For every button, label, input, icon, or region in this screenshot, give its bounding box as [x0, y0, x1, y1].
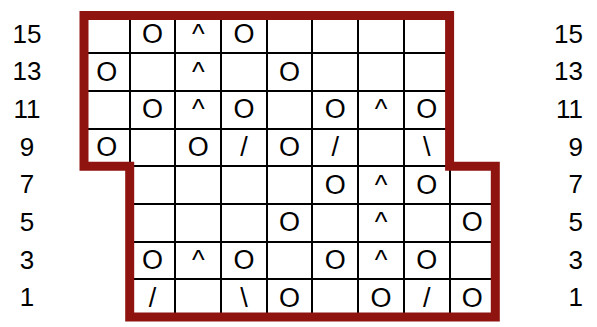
- chart-cell: O: [267, 129, 313, 167]
- chart-cell: [130, 53, 176, 91]
- chart-cell: [312, 204, 358, 242]
- chart-cell: ^: [358, 166, 404, 204]
- cell-outside: [84, 242, 130, 280]
- chart-cell: [130, 166, 176, 204]
- row-label: 3: [534, 242, 583, 280]
- cell-outside: [450, 53, 496, 91]
- row-label: 9: [6, 129, 48, 167]
- row-label: 9: [534, 129, 583, 167]
- chart-cell: O: [267, 204, 313, 242]
- chart-cell: [312, 16, 358, 54]
- chart-cell: [175, 204, 221, 242]
- cell-outside: [84, 166, 130, 204]
- chart-cell: [358, 129, 404, 167]
- row-label: 3: [6, 242, 48, 280]
- chart-cell: O: [312, 91, 358, 129]
- chart-cell: [130, 129, 176, 167]
- chart-cell: O: [312, 242, 358, 280]
- chart-cell: \: [221, 279, 267, 317]
- chart-cell: ^: [175, 242, 221, 280]
- row-label: 5: [6, 204, 48, 242]
- chart-cell: [404, 16, 450, 54]
- chart-cell: O: [130, 16, 176, 54]
- chart-cell: [267, 242, 313, 280]
- chart-cell: ^: [175, 91, 221, 129]
- row-label: 7: [534, 166, 583, 204]
- chart-cell: O: [404, 91, 450, 129]
- chart-cell: ^: [358, 91, 404, 129]
- chart-cell: O: [404, 242, 450, 280]
- row-label: 7: [6, 166, 48, 204]
- chart-cell: O: [221, 16, 267, 54]
- chart-cell: O: [84, 129, 130, 167]
- cell-outside: [450, 16, 496, 54]
- chart-cell: [404, 204, 450, 242]
- chart-cell: O: [130, 242, 176, 280]
- chart-cell: O: [450, 204, 496, 242]
- chart-cell: O: [221, 91, 267, 129]
- chart-cell: [221, 204, 267, 242]
- chart-cell: ^: [175, 53, 221, 91]
- row-label: 1: [6, 279, 48, 317]
- chart-cell: O: [404, 166, 450, 204]
- row-label: 11: [6, 91, 48, 129]
- chart-cell: [358, 16, 404, 54]
- chart-cell: [267, 16, 313, 54]
- chart-cell: [450, 166, 496, 204]
- chart-cell: [221, 53, 267, 91]
- cell-outside: [84, 204, 130, 242]
- chart-cell: /: [312, 129, 358, 167]
- chart-cell: O: [358, 279, 404, 317]
- chart-cell: ^: [358, 242, 404, 280]
- chart-cell: [84, 91, 130, 129]
- chart-cell: /: [221, 129, 267, 167]
- chart-cell: \: [404, 129, 450, 167]
- chart-cell: [130, 204, 176, 242]
- chart-cell: [312, 279, 358, 317]
- chart-cell: O: [84, 53, 130, 91]
- row-label: 1: [534, 279, 583, 317]
- chart-cell: [267, 91, 313, 129]
- row-labels-right: 15 13 11 9 7 5 3 1: [534, 16, 583, 318]
- chart-cell: /: [130, 279, 176, 317]
- cell-outside: [450, 91, 496, 129]
- chart-cell: /: [404, 279, 450, 317]
- chart-cell: [358, 53, 404, 91]
- chart-cell: O: [221, 242, 267, 280]
- chart-cell: [175, 166, 221, 204]
- chart-cell: ^: [175, 16, 221, 54]
- chart-grid: O^OO^OO^OO^OOO/O/\O^OO^OO^OO^O/\OO/O: [84, 16, 495, 318]
- cell-outside: [450, 129, 496, 167]
- chart-cell: O: [267, 53, 313, 91]
- chart-cell: [84, 16, 130, 54]
- chart-cell: [450, 242, 496, 280]
- row-label: 13: [534, 53, 583, 91]
- chart-cell: ^: [358, 204, 404, 242]
- chart-cell: O: [312, 166, 358, 204]
- cell-outside: [84, 279, 130, 317]
- row-label: 13: [6, 53, 48, 91]
- chart-cell: O: [175, 129, 221, 167]
- row-labels-left: 15 13 11 9 7 5 3 1: [6, 16, 48, 318]
- row-label: 11: [534, 91, 583, 129]
- chart-cell: [312, 53, 358, 91]
- chart-cell: [221, 166, 267, 204]
- chart-cell: [267, 166, 313, 204]
- chart-cell: O: [450, 279, 496, 317]
- row-label: 15: [6, 16, 48, 54]
- row-label: 5: [534, 204, 583, 242]
- row-label: 15: [534, 16, 583, 54]
- knitting-chart-canvas: 15 13 11 9 7 5 3 1 O^OO^OO^OO^OOO/O/\O^O…: [0, 0, 597, 327]
- chart-cell: [404, 53, 450, 91]
- chart-cell: O: [130, 91, 176, 129]
- chart-cell: O: [267, 279, 313, 317]
- chart-cell: [175, 279, 221, 317]
